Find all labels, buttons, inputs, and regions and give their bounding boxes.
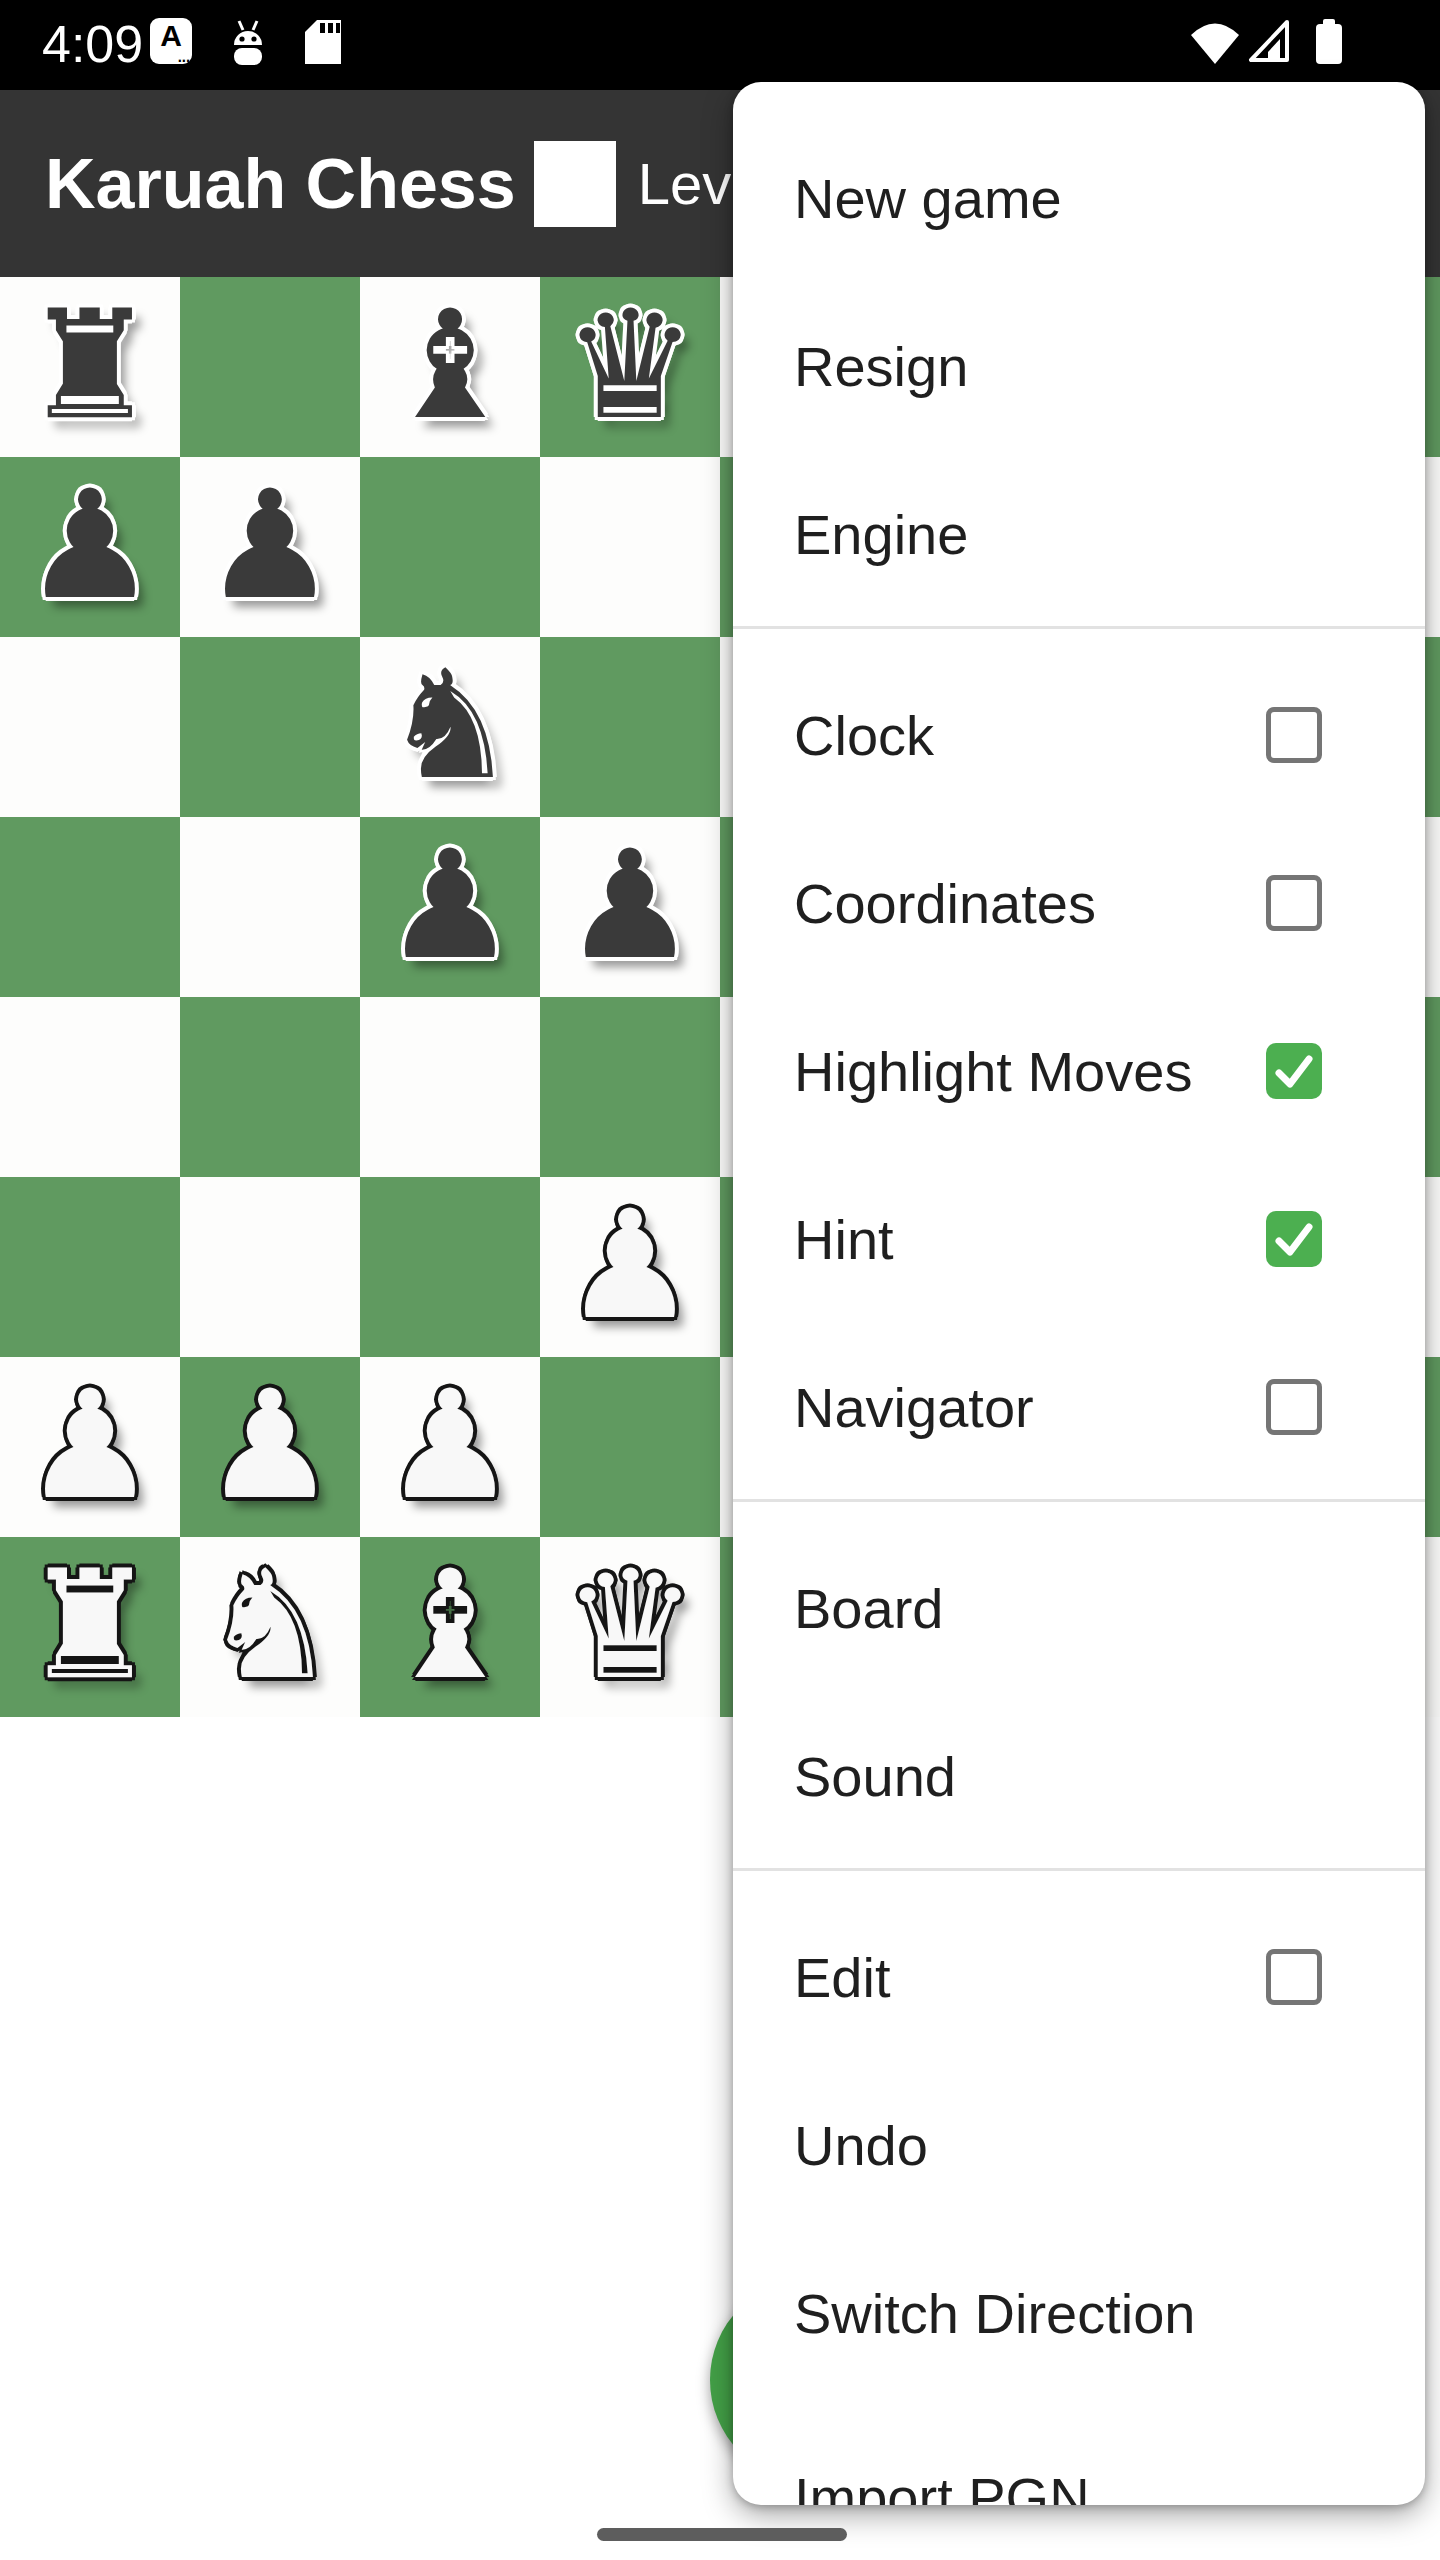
checkbox-unchecked-icon[interactable] — [1266, 1379, 1322, 1435]
square-c1[interactable]: ♝ — [360, 1537, 540, 1717]
black-rook-piece: ♜ — [0, 277, 180, 457]
wifi-icon — [1188, 18, 1242, 66]
checkbox-unchecked-icon[interactable] — [1266, 875, 1322, 931]
square-b4[interactable] — [180, 997, 360, 1177]
menu-item-hint[interactable]: Hint — [733, 1155, 1425, 1323]
menu-item-board[interactable]: Board — [733, 1524, 1425, 1692]
black-queen-piece: ♛ — [540, 277, 720, 457]
square-b7[interactable]: ♟ — [180, 457, 360, 637]
status-bar: 4:09 A ... — [0, 0, 1440, 90]
white-queen-piece: ♛ — [540, 1537, 720, 1717]
menu-item-label: Resign — [794, 334, 968, 399]
white-pawn-piece: ♟ — [360, 1357, 540, 1537]
badge-dots: ... — [177, 42, 189, 68]
menu-item-label: Engine — [794, 502, 968, 567]
menu-item-highlight-moves[interactable]: Highlight Moves — [733, 987, 1425, 1155]
black-pawn-piece: ♟ — [360, 817, 540, 997]
clock-time: 4:09 — [42, 14, 143, 74]
white-rook-piece: ♜ — [0, 1537, 180, 1717]
black-pawn-piece: ♟ — [0, 457, 180, 637]
letter-a-badge-icon: A ... — [150, 18, 192, 64]
gesture-navigation-bar[interactable] — [597, 2528, 847, 2541]
menu-list: New gameResignEngineClockCoordinatesHigh… — [733, 82, 1425, 2505]
menu-item-label: Navigator — [794, 1375, 1034, 1440]
android-bot-icon — [226, 18, 270, 68]
menu-item-label: Undo — [794, 2113, 928, 2178]
menu-item-label: Switch Direction — [794, 2281, 1195, 2346]
white-knight-piece: ♞ — [180, 1537, 360, 1717]
square-d2[interactable] — [540, 1357, 720, 1537]
square-d6[interactable] — [540, 637, 720, 817]
square-c4[interactable] — [360, 997, 540, 1177]
square-b3[interactable] — [180, 1177, 360, 1357]
square-c5[interactable]: ♟ — [360, 817, 540, 997]
app-title: Karuah Chess — [45, 144, 516, 224]
menu-item-label: Edit — [794, 1945, 891, 2010]
square-a3[interactable] — [0, 1177, 180, 1357]
square-b1[interactable]: ♞ — [180, 1537, 360, 1717]
menu-item-label: Hint — [794, 1207, 894, 1272]
menu-divider — [733, 1868, 1425, 1871]
battery-icon — [1313, 18, 1345, 66]
square-c7[interactable] — [360, 457, 540, 637]
square-a6[interactable] — [0, 637, 180, 817]
square-b2[interactable]: ♟ — [180, 1357, 360, 1537]
menu-item-sound[interactable]: Sound — [733, 1692, 1425, 1860]
white-pawn-piece: ♟ — [0, 1357, 180, 1537]
menu-item-clock[interactable]: Clock — [733, 651, 1425, 819]
black-bishop-piece: ♝ — [360, 277, 540, 457]
checkbox-checked-icon[interactable] — [1266, 1043, 1322, 1099]
phone-screen: 4:09 A ... — [0, 0, 1440, 2560]
menu-item-label: Highlight Moves — [794, 1039, 1192, 1104]
menu-item-coordinates[interactable]: Coordinates — [733, 819, 1425, 987]
square-c2[interactable]: ♟ — [360, 1357, 540, 1537]
menu-item-navigator[interactable]: Navigator — [733, 1323, 1425, 1491]
menu-item-engine[interactable]: Engine — [733, 450, 1425, 618]
square-a5[interactable] — [0, 817, 180, 997]
menu-item-resign[interactable]: Resign — [733, 282, 1425, 450]
menu-divider — [733, 626, 1425, 629]
square-d4[interactable] — [540, 997, 720, 1177]
menu-item-switch-direction[interactable]: Switch Direction — [733, 2229, 1425, 2397]
checkbox-checked-icon[interactable] — [1266, 1211, 1322, 1267]
black-pawn-piece: ♟ — [180, 457, 360, 637]
square-c3[interactable] — [360, 1177, 540, 1357]
checkbox-unchecked-icon[interactable] — [1266, 1949, 1322, 2005]
square-c8[interactable]: ♝ — [360, 277, 540, 457]
options-menu: New gameResignEngineClockCoordinatesHigh… — [733, 82, 1425, 2505]
square-d8[interactable]: ♛ — [540, 277, 720, 457]
sd-card-icon — [303, 18, 343, 66]
menu-item-undo[interactable]: Undo — [733, 2061, 1425, 2229]
menu-item-label: Board — [794, 1576, 943, 1641]
square-a4[interactable] — [0, 997, 180, 1177]
square-d5[interactable]: ♟ — [540, 817, 720, 997]
cell-signal-icon — [1247, 18, 1291, 64]
square-a2[interactable]: ♟ — [0, 1357, 180, 1537]
square-b5[interactable] — [180, 817, 360, 997]
black-knight-piece: ♞ — [360, 637, 540, 817]
square-a1[interactable]: ♜ — [0, 1537, 180, 1717]
square-a8[interactable]: ♜ — [0, 277, 180, 457]
menu-item-label: New game — [794, 166, 1062, 231]
menu-item-new-game[interactable]: New game — [733, 114, 1425, 282]
square-a7[interactable]: ♟ — [0, 457, 180, 637]
menu-divider — [733, 1499, 1425, 1502]
menu-item-import-pgn[interactable]: Import PGN — [733, 2413, 1425, 2505]
square-d1[interactable]: ♛ — [540, 1537, 720, 1717]
menu-item-label: Sound — [794, 1744, 956, 1809]
square-d3[interactable]: ♟ — [540, 1177, 720, 1357]
white-pawn-piece: ♟ — [540, 1177, 720, 1357]
black-pawn-piece: ♟ — [540, 817, 720, 997]
menu-item-edit[interactable]: Edit — [733, 1893, 1425, 2061]
menu-item-label: Import PGN — [794, 2465, 1090, 2506]
square-b8[interactable] — [180, 277, 360, 457]
square-b6[interactable] — [180, 637, 360, 817]
turn-indicator-white-square — [534, 141, 616, 227]
menu-item-label: Clock — [794, 703, 934, 768]
white-pawn-piece: ♟ — [180, 1357, 360, 1537]
menu-item-label: Coordinates — [794, 871, 1096, 936]
checkbox-unchecked-icon[interactable] — [1266, 707, 1322, 763]
white-bishop-piece: ♝ — [360, 1537, 540, 1717]
square-d7[interactable] — [540, 457, 720, 637]
square-c6[interactable]: ♞ — [360, 637, 540, 817]
